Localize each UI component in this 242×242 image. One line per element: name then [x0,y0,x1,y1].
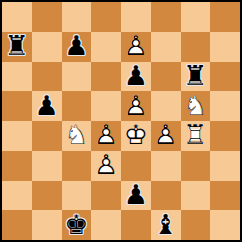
square-d8[interactable] [91,2,121,32]
piece-black-king-c1-icon: ♚ [62,210,92,240]
black-king-fill: ♚ [62,210,92,240]
piece-white-pawn-e7-icon: ♟♙ [121,32,151,62]
square-c8[interactable] [62,2,92,32]
piece-white-pawn-f4-icon: ♟♙ [151,121,181,151]
piece-white-knight-g5-icon: ♞♘ [181,91,211,121]
square-a4[interactable] [2,121,32,151]
square-b6[interactable] [32,62,62,92]
piece-black-pawn-e6-icon: ♟ [121,62,151,92]
square-g5[interactable]: ♞♘ [181,91,211,121]
square-f1[interactable]: ♝ [151,210,181,240]
square-e3[interactable] [121,151,151,181]
square-d1[interactable] [91,210,121,240]
square-e8[interactable] [121,2,151,32]
square-d5[interactable] [91,91,121,121]
square-e4[interactable]: ♚♔ [121,121,151,151]
black-pawn-fill: ♟ [121,62,151,92]
square-f6[interactable] [151,62,181,92]
black-pawn-fill: ♟ [121,181,151,211]
square-g2[interactable] [181,181,211,211]
square-c7[interactable]: ♟ [62,32,92,62]
square-c5[interactable] [62,91,92,121]
square-h2[interactable] [210,181,240,211]
square-b8[interactable] [32,2,62,32]
white-pawn-outline: ♙ [151,121,181,151]
white-pawn-outline: ♙ [121,91,151,121]
square-f7[interactable] [151,32,181,62]
square-g4[interactable]: ♜♖ [181,121,211,151]
square-a1[interactable] [2,210,32,240]
square-b4[interactable] [32,121,62,151]
piece-black-pawn-b5-icon: ♟ [32,91,62,121]
square-f3[interactable] [151,151,181,181]
square-c1[interactable]: ♚ [62,210,92,240]
square-a5[interactable] [2,91,32,121]
square-a7[interactable]: ♜ [2,32,32,62]
square-e6[interactable]: ♟ [121,62,151,92]
square-c3[interactable] [62,151,92,181]
square-f5[interactable] [151,91,181,121]
square-d2[interactable] [91,181,121,211]
piece-white-pawn-d3-icon: ♟♙ [91,151,121,181]
square-h3[interactable] [210,151,240,181]
square-h4[interactable] [210,121,240,151]
square-h6[interactable] [210,62,240,92]
square-b2[interactable] [32,181,62,211]
square-f8[interactable] [151,2,181,32]
piece-black-rook-g6-icon: ♜ [181,62,211,92]
piece-white-king-e4-icon: ♚♔ [121,121,151,151]
square-g8[interactable] [181,2,211,32]
square-e2[interactable]: ♟ [121,181,151,211]
piece-white-pawn-d4-icon: ♟♙ [91,121,121,151]
black-pawn-fill: ♟ [32,91,62,121]
square-c4[interactable]: ♞♘ [62,121,92,151]
white-pawn-outline: ♙ [91,151,121,181]
black-bishop-fill: ♝ [151,210,181,240]
square-e7[interactable]: ♟♙ [121,32,151,62]
square-h7[interactable] [210,32,240,62]
chess-board: ♜♟♟♙♟♜♟♟♙♞♘♞♘♟♙♚♔♟♙♜♖♟♙♟♚♝ [2,2,240,240]
square-a2[interactable] [2,181,32,211]
square-d6[interactable] [91,62,121,92]
piece-black-pawn-c7-icon: ♟ [62,32,92,62]
square-b1[interactable] [32,210,62,240]
square-b3[interactable] [32,151,62,181]
square-c2[interactable] [62,181,92,211]
black-rook-fill: ♜ [181,62,211,92]
square-b7[interactable] [32,32,62,62]
black-pawn-fill: ♟ [62,32,92,62]
white-pawn-outline: ♙ [121,32,151,62]
square-e5[interactable]: ♟♙ [121,91,151,121]
square-e1[interactable] [121,210,151,240]
square-h5[interactable] [210,91,240,121]
square-a6[interactable] [2,62,32,92]
square-g6[interactable]: ♜ [181,62,211,92]
square-d3[interactable]: ♟♙ [91,151,121,181]
white-knight-outline: ♘ [62,121,92,151]
square-h8[interactable] [210,2,240,32]
square-a8[interactable] [2,2,32,32]
piece-white-pawn-e5-icon: ♟♙ [121,91,151,121]
black-rook-fill: ♜ [2,32,32,62]
piece-black-pawn-e2-icon: ♟ [121,181,151,211]
square-h1[interactable] [210,210,240,240]
piece-black-rook-a7-icon: ♜ [2,32,32,62]
square-f4[interactable]: ♟♙ [151,121,181,151]
piece-white-rook-g4-icon: ♜♖ [181,121,211,151]
square-g7[interactable] [181,32,211,62]
piece-white-knight-c4-icon: ♞♘ [62,121,92,151]
white-knight-outline: ♘ [181,91,211,121]
board-frame: ♜♟♟♙♟♜♟♟♙♞♘♞♘♟♙♚♔♟♙♜♖♟♙♟♚♝ [0,0,242,242]
white-pawn-outline: ♙ [91,121,121,151]
white-king-outline: ♔ [121,121,151,151]
piece-black-bishop-f1-icon: ♝ [151,210,181,240]
square-a3[interactable] [2,151,32,181]
square-d4[interactable]: ♟♙ [91,121,121,151]
square-g1[interactable] [181,210,211,240]
white-rook-outline: ♖ [181,121,211,151]
square-f2[interactable] [151,181,181,211]
square-d7[interactable] [91,32,121,62]
square-c6[interactable] [62,62,92,92]
square-b5[interactable]: ♟ [32,91,62,121]
square-g3[interactable] [181,151,211,181]
